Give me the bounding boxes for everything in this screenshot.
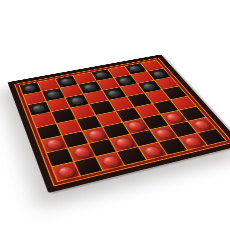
product-photo-background <box>0 0 230 230</box>
board-margin-band <box>14 58 230 187</box>
board-outer-border <box>8 54 230 192</box>
red-checker[interactable] <box>55 164 78 180</box>
board-grid <box>19 60 228 182</box>
red-checker[interactable] <box>99 154 122 169</box>
checkers-board <box>8 54 230 192</box>
